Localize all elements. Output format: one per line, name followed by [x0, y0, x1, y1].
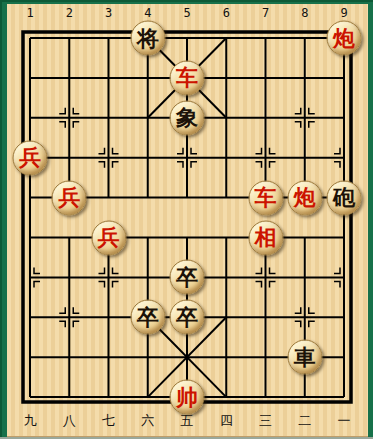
- piece-red-pawn[interactable]: 兵: [52, 180, 87, 215]
- file-label-bottom-9: 一: [338, 412, 351, 430]
- piece-red-cannon[interactable]: 炮: [327, 21, 362, 56]
- xiangqi-app-window: 123456789 九八七六五四三二一 将炮车象兵兵车炮砲兵相卒卒卒車帅: [0, 0, 373, 439]
- piece-red-pawn[interactable]: 兵: [91, 220, 126, 255]
- file-label-bottom-3: 七: [102, 412, 115, 430]
- piece-red-chariot[interactable]: 车: [170, 60, 205, 95]
- file-label-top-1: 1: [26, 6, 33, 20]
- file-label-top-3: 3: [105, 6, 112, 20]
- piece-red-cannon[interactable]: 炮: [287, 180, 322, 215]
- file-label-bottom-1: 九: [24, 412, 37, 430]
- file-label-bottom-8: 二: [298, 412, 311, 430]
- piece-black-pawn[interactable]: 卒: [170, 260, 205, 295]
- piece-black-chariot[interactable]: 車: [287, 340, 322, 375]
- file-label-bottom-2: 八: [63, 412, 76, 430]
- file-label-top-9: 9: [340, 6, 347, 20]
- file-label-bottom-4: 六: [141, 412, 154, 430]
- file-label-top-8: 8: [301, 6, 308, 20]
- file-label-top-7: 7: [262, 6, 269, 20]
- piece-black-general[interactable]: 将: [130, 21, 165, 56]
- file-label-top-5: 5: [183, 6, 190, 20]
- piece-red-general[interactable]: 帅: [170, 380, 205, 415]
- piece-red-chariot[interactable]: 车: [248, 180, 283, 215]
- piece-red-pawn[interactable]: 兵: [13, 140, 48, 175]
- piece-black-pawn[interactable]: 卒: [130, 300, 165, 335]
- piece-black-pawn[interactable]: 卒: [170, 300, 205, 335]
- file-label-bottom-5: 五: [181, 412, 194, 430]
- file-label-bottom-6: 四: [220, 412, 233, 430]
- piece-black-elephant[interactable]: 象: [170, 100, 205, 135]
- piece-black-cannon[interactable]: 砲: [327, 180, 362, 215]
- file-label-top-2: 2: [66, 6, 73, 20]
- file-label-top-6: 6: [223, 6, 230, 20]
- file-label-bottom-7: 三: [259, 412, 272, 430]
- file-label-top-4: 4: [144, 6, 151, 20]
- piece-red-elephant[interactable]: 相: [248, 220, 283, 255]
